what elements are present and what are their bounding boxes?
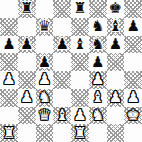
square-b1[interactable] [18, 124, 36, 142]
square-a1[interactable]: ♜ [0, 124, 18, 142]
black-pawn[interactable]: ♟ [91, 54, 104, 69]
square-c1[interactable] [36, 124, 54, 142]
square-h8[interactable] [124, 0, 142, 18]
black-rook[interactable]: ♜ [20, 1, 33, 16]
black-rook[interactable]: ♜ [73, 1, 86, 16]
black-pawn[interactable]: ♟ [20, 36, 33, 51]
square-g3[interactable]: ♟ [107, 89, 125, 107]
square-c6[interactable] [36, 36, 54, 54]
square-f6[interactable]: ♞ [89, 36, 107, 54]
white-pawn[interactable]: ♟ [91, 72, 104, 87]
square-a2[interactable] [0, 107, 18, 125]
black-bishop[interactable]: ♝ [73, 36, 86, 51]
square-h3[interactable]: ♟ [124, 89, 142, 107]
square-b6[interactable]: ♟ [18, 36, 36, 54]
black-pawn[interactable]: ♟ [55, 36, 68, 51]
black-pawn[interactable]: ♟ [109, 36, 122, 51]
square-f1[interactable] [89, 124, 107, 142]
white-rook[interactable]: ♜ [73, 125, 86, 140]
white-pawn[interactable]: ♟ [38, 72, 51, 87]
square-e7[interactable] [71, 18, 89, 36]
white-bishop[interactable]: ♝ [91, 90, 104, 105]
square-f3[interactable]: ♝ [89, 89, 107, 107]
square-c4[interactable]: ♟ [36, 71, 54, 89]
square-d6[interactable]: ♟ [53, 36, 71, 54]
square-h5[interactable] [124, 53, 142, 71]
square-g6[interactable]: ♟ [107, 36, 125, 54]
square-d7[interactable] [53, 18, 71, 36]
square-g2[interactable] [107, 107, 125, 125]
white-pawn[interactable]: ♟ [109, 90, 122, 105]
chess-board: ♜♜♚♛♞♝♟♟♟♟♝♞♟♟♟♟♟♟♟♞♝♟♟♛♝♟♞♚♜♜ [0, 0, 142, 142]
square-e6[interactable]: ♝ [71, 36, 89, 54]
white-queen[interactable]: ♛ [38, 107, 51, 122]
chess-diagram: ♜♜♚♛♞♝♟♟♟♟♝♞♟♟♟♟♟♟♟♞♝♟♟♛♝♟♞♚♜♜ [0, 0, 142, 142]
black-pawn[interactable]: ♟ [126, 19, 139, 34]
square-d4[interactable] [53, 71, 71, 89]
square-f4[interactable]: ♟ [89, 71, 107, 89]
square-g5[interactable] [107, 53, 125, 71]
white-pawn[interactable]: ♟ [126, 90, 139, 105]
square-e3[interactable] [71, 89, 89, 107]
square-c2[interactable]: ♛ [36, 107, 54, 125]
white-pawn[interactable]: ♟ [2, 72, 15, 87]
square-a6[interactable]: ♟ [0, 36, 18, 54]
black-pawn[interactable]: ♟ [38, 54, 51, 69]
square-h2[interactable]: ♚ [124, 107, 142, 125]
square-a8[interactable] [0, 0, 18, 18]
square-d8[interactable] [53, 0, 71, 18]
white-knight[interactable]: ♞ [38, 90, 51, 105]
square-h6[interactable] [124, 36, 142, 54]
square-f8[interactable] [89, 0, 107, 18]
square-d5[interactable] [53, 53, 71, 71]
square-b3[interactable]: ♟ [18, 89, 36, 107]
square-f2[interactable]: ♞ [89, 107, 107, 125]
square-b2[interactable] [18, 107, 36, 125]
black-pawn[interactable]: ♟ [2, 36, 15, 51]
square-e2[interactable]: ♟ [71, 107, 89, 125]
black-knight[interactable]: ♞ [91, 19, 104, 34]
white-rook[interactable]: ♜ [2, 125, 15, 140]
square-f5[interactable]: ♟ [89, 53, 107, 71]
square-g1[interactable] [107, 124, 125, 142]
square-c5[interactable]: ♟ [36, 53, 54, 71]
square-d3[interactable] [53, 89, 71, 107]
square-e8[interactable]: ♜ [71, 0, 89, 18]
black-queen[interactable]: ♛ [38, 19, 51, 34]
square-d2[interactable]: ♝ [53, 107, 71, 125]
square-b8[interactable]: ♜ [18, 0, 36, 18]
square-b7[interactable] [18, 18, 36, 36]
square-c7[interactable]: ♛ [36, 18, 54, 36]
white-bishop[interactable]: ♝ [55, 107, 68, 122]
square-e4[interactable] [71, 71, 89, 89]
white-king[interactable]: ♚ [126, 107, 139, 122]
square-a7[interactable] [0, 18, 18, 36]
white-pawn[interactable]: ♟ [20, 90, 33, 105]
square-c3[interactable]: ♞ [36, 89, 54, 107]
square-d1[interactable] [53, 124, 71, 142]
white-pawn[interactable]: ♟ [73, 107, 86, 122]
square-h7[interactable]: ♟ [124, 18, 142, 36]
square-a5[interactable] [0, 53, 18, 71]
square-f7[interactable]: ♞ [89, 18, 107, 36]
white-knight[interactable]: ♞ [91, 107, 104, 122]
square-b4[interactable] [18, 71, 36, 89]
square-c8[interactable] [36, 0, 54, 18]
square-g8[interactable]: ♚ [107, 0, 125, 18]
square-h4[interactable] [124, 71, 142, 89]
square-a3[interactable] [0, 89, 18, 107]
square-a4[interactable]: ♟ [0, 71, 18, 89]
square-b5[interactable] [18, 53, 36, 71]
square-h1[interactable] [124, 124, 142, 142]
square-g4[interactable] [107, 71, 125, 89]
square-g7[interactable]: ♝ [107, 18, 125, 36]
black-knight[interactable]: ♞ [91, 36, 104, 51]
black-bishop[interactable]: ♝ [109, 19, 122, 34]
square-e5[interactable] [71, 53, 89, 71]
black-king[interactable]: ♚ [109, 1, 122, 16]
square-e1[interactable]: ♜ [71, 124, 89, 142]
